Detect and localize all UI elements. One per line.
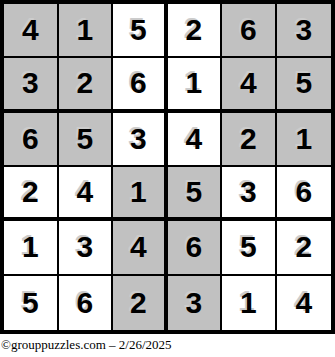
cell-r5c3: 4 — [113, 221, 168, 275]
cell-r4c4: 5 — [168, 167, 223, 221]
cell-r5c5: 5 — [222, 221, 277, 275]
cell-r6c3: 2 — [113, 276, 168, 330]
cell-r1c2: 1 — [59, 4, 114, 58]
sudoku-board: 415263326145653421241536134652562314 — [0, 0, 335, 334]
cell-r5c1: 1 — [4, 221, 59, 275]
cell-r3c6: 1 — [277, 113, 332, 167]
cell-r6c2: 6 — [59, 276, 114, 330]
cell-r6c5: 1 — [222, 276, 277, 330]
cell-r3c2: 5 — [59, 113, 114, 167]
cell-r6c6: 4 — [277, 276, 332, 330]
cell-r5c2: 3 — [59, 221, 114, 275]
puzzle-page: 415263326145653421241536134652562314 ©gr… — [0, 0, 335, 357]
cell-r4c1: 2 — [4, 167, 59, 221]
cell-r3c4: 4 — [168, 113, 223, 167]
cell-r4c2: 4 — [59, 167, 114, 221]
cell-r3c5: 2 — [222, 113, 277, 167]
cell-r4c5: 3 — [222, 167, 277, 221]
cell-r1c5: 6 — [222, 4, 277, 58]
cell-r2c6: 5 — [277, 58, 332, 112]
cell-r5c4: 6 — [168, 221, 223, 275]
cell-r1c6: 3 — [277, 4, 332, 58]
cell-r6c1: 5 — [4, 276, 59, 330]
cell-r4c6: 6 — [277, 167, 332, 221]
cell-r2c1: 3 — [4, 58, 59, 112]
cell-r4c3: 1 — [113, 167, 168, 221]
cell-r3c3: 3 — [113, 113, 168, 167]
cell-r1c3: 5 — [113, 4, 168, 58]
cell-r2c5: 4 — [222, 58, 277, 112]
cell-r2c3: 6 — [113, 58, 168, 112]
cell-r2c2: 2 — [59, 58, 114, 112]
copyright-credit: ©grouppuzzles.com – 2/26/2025 — [1, 337, 172, 353]
cell-r6c4: 3 — [168, 276, 223, 330]
cell-r3c1: 6 — [4, 113, 59, 167]
cell-r2c4: 1 — [168, 58, 223, 112]
cell-r5c6: 2 — [277, 221, 332, 275]
cell-r1c4: 2 — [168, 4, 223, 58]
cell-r1c1: 4 — [4, 4, 59, 58]
